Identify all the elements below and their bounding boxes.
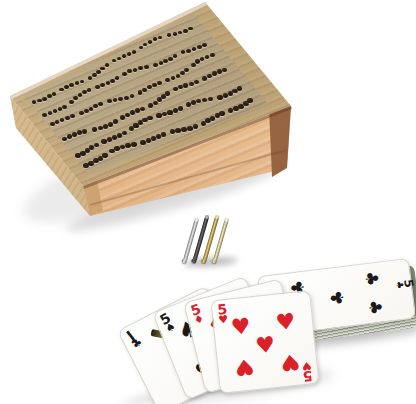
suit-pip-hearts: ♥ bbox=[254, 331, 276, 358]
peg-foot bbox=[182, 259, 188, 264]
suit-pip-clubs: ♣ bbox=[365, 298, 387, 316]
card-pips: ♥♥♥♥♥ bbox=[211, 291, 318, 393]
suit-pip-hearts: ♥ bbox=[274, 308, 296, 335]
peg-head bbox=[214, 214, 220, 219]
peg-head bbox=[193, 217, 199, 222]
suit-pip-hearts: ♥ bbox=[230, 313, 252, 340]
peg-head bbox=[223, 217, 229, 222]
card-index: J♣ bbox=[123, 328, 144, 350]
suit-pip-hearts: ♥ bbox=[279, 349, 301, 376]
suit-pip-hearts: ♥ bbox=[234, 354, 256, 381]
fan-card-5-hearts[interactable]: 5♥ 5♥ ♥♥♥♥♥ bbox=[210, 290, 319, 394]
card-suit-icon: ♣ bbox=[131, 337, 144, 350]
suit-pip-clubs: ♣ bbox=[326, 289, 348, 307]
suit-pip-clubs: ♣ bbox=[361, 270, 383, 288]
peg-head bbox=[204, 214, 210, 219]
peg-foot bbox=[212, 259, 218, 264]
peg-foot bbox=[201, 258, 207, 263]
peg-foot bbox=[191, 258, 197, 263]
scene: 5♣ 5♣ ♣♣♣♣♣ J♣ 5♠ ♠♠♠♠♠ 5♦ ♦♦♦♦♦ 5♥ 5♥ bbox=[0, 0, 416, 404]
